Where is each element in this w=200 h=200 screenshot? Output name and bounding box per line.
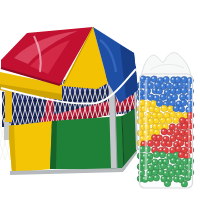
scene-canvas [0, 0, 200, 200]
ball-bag [137, 53, 193, 188]
bag-body-front [140, 74, 193, 188]
product-photo [0, 0, 200, 200]
